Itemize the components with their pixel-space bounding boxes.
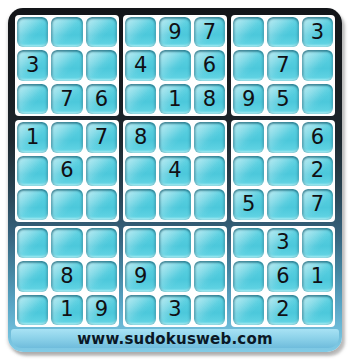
cell-r5c6[interactable] [194,156,225,186]
cell-r7c8[interactable]: 3 [267,228,298,258]
cell-r6c3[interactable] [86,189,117,219]
site-url[interactable]: www.sudokusweb.com [77,330,272,348]
cell-r2c2[interactable] [51,50,82,80]
cell-r4c3[interactable]: 7 [86,122,117,152]
box-6: 6257 [231,120,335,221]
cell-r6c9[interactable]: 7 [302,189,333,219]
box-5: 84 [123,120,227,221]
cell-r9c5[interactable]: 3 [159,295,190,325]
cell-r7c2[interactable] [51,228,82,258]
cell-r9c3[interactable]: 9 [86,295,117,325]
cell-r2c5[interactable] [159,50,190,80]
cell-r1c3[interactable] [86,17,117,47]
cell-r2c7[interactable] [233,50,264,80]
cell-r7c6[interactable] [194,228,225,258]
cell-r3c3[interactable]: 6 [86,84,117,114]
cell-r1c7[interactable] [233,17,264,47]
cell-r5c1[interactable] [17,156,48,186]
cell-r9c1[interactable] [17,295,48,325]
box-9: 3612 [231,226,335,327]
footer-bar: www.sudokusweb.com [11,329,339,348]
cell-r8c8[interactable]: 6 [267,261,298,291]
cell-r4c6[interactable] [194,122,225,152]
cell-r6c4[interactable] [125,189,156,219]
cell-r2c9[interactable] [302,50,333,80]
cell-r5c9[interactable]: 2 [302,156,333,186]
cell-r1c6[interactable]: 7 [194,17,225,47]
cell-r7c5[interactable] [159,228,190,258]
cell-r4c7[interactable] [233,122,264,152]
cell-r1c8[interactable] [267,17,298,47]
box-8: 93 [123,226,227,327]
cell-r2c8[interactable]: 7 [267,50,298,80]
cell-r3c2[interactable]: 7 [51,84,82,114]
cell-r8c4[interactable]: 9 [125,261,156,291]
cell-r5c5[interactable]: 4 [159,156,190,186]
cell-r7c1[interactable] [17,228,48,258]
cell-r9c2[interactable]: 1 [51,295,82,325]
cell-r5c3[interactable] [86,156,117,186]
cell-r8c6[interactable] [194,261,225,291]
box-1: 376 [15,15,119,116]
cell-r3c9[interactable] [302,84,333,114]
cell-r9c4[interactable] [125,295,156,325]
cell-r5c4[interactable] [125,156,156,186]
cell-r1c9[interactable]: 3 [302,17,333,47]
cell-r5c2[interactable]: 6 [51,156,82,186]
cell-r6c8[interactable] [267,189,298,219]
cell-r8c5[interactable] [159,261,190,291]
box-4: 176 [15,120,119,221]
cell-r1c4[interactable] [125,17,156,47]
box-7: 819 [15,226,119,327]
cell-r4c8[interactable] [267,122,298,152]
cell-r8c1[interactable] [17,261,48,291]
cell-r8c2[interactable]: 8 [51,261,82,291]
cell-r4c5[interactable] [159,122,190,152]
box-3: 3795 [231,15,335,116]
cell-r7c4[interactable] [125,228,156,258]
cell-r2c1[interactable]: 3 [17,50,48,80]
cell-r1c2[interactable] [51,17,82,47]
cell-r7c3[interactable] [86,228,117,258]
cell-r3c4[interactable] [125,84,156,114]
box-2: 974618 [123,15,227,116]
cell-r7c7[interactable] [233,228,264,258]
puzzle-frame: 3769746183795176846257819933612 www.sudo… [8,8,342,352]
board: 3769746183795176846257819933612 [15,15,335,327]
cell-r4c4[interactable]: 8 [125,122,156,152]
cell-r6c5[interactable] [159,189,190,219]
cell-r5c8[interactable] [267,156,298,186]
cell-r3c7[interactable]: 9 [233,84,264,114]
cell-r8c7[interactable] [233,261,264,291]
cell-r7c9[interactable] [302,228,333,258]
cell-r3c1[interactable] [17,84,48,114]
cell-r6c6[interactable] [194,189,225,219]
cell-r8c3[interactable] [86,261,117,291]
cell-r4c1[interactable]: 1 [17,122,48,152]
cell-r3c8[interactable]: 5 [267,84,298,114]
cell-r2c3[interactable] [86,50,117,80]
cell-r1c1[interactable] [17,17,48,47]
cell-r2c6[interactable]: 6 [194,50,225,80]
cell-r6c7[interactable]: 5 [233,189,264,219]
cell-r4c2[interactable] [51,122,82,152]
cell-r2c4[interactable]: 4 [125,50,156,80]
cell-r3c5[interactable]: 1 [159,84,190,114]
cell-r9c6[interactable] [194,295,225,325]
cell-r4c9[interactable]: 6 [302,122,333,152]
cell-r5c7[interactable] [233,156,264,186]
cell-r9c8[interactable]: 2 [267,295,298,325]
cell-r8c9[interactable]: 1 [302,261,333,291]
cell-r9c9[interactable] [302,295,333,325]
cell-r3c6[interactable]: 8 [194,84,225,114]
cell-r1c5[interactable]: 9 [159,17,190,47]
cell-r6c2[interactable] [51,189,82,219]
cell-r9c7[interactable] [233,295,264,325]
cell-r6c1[interactable] [17,189,48,219]
